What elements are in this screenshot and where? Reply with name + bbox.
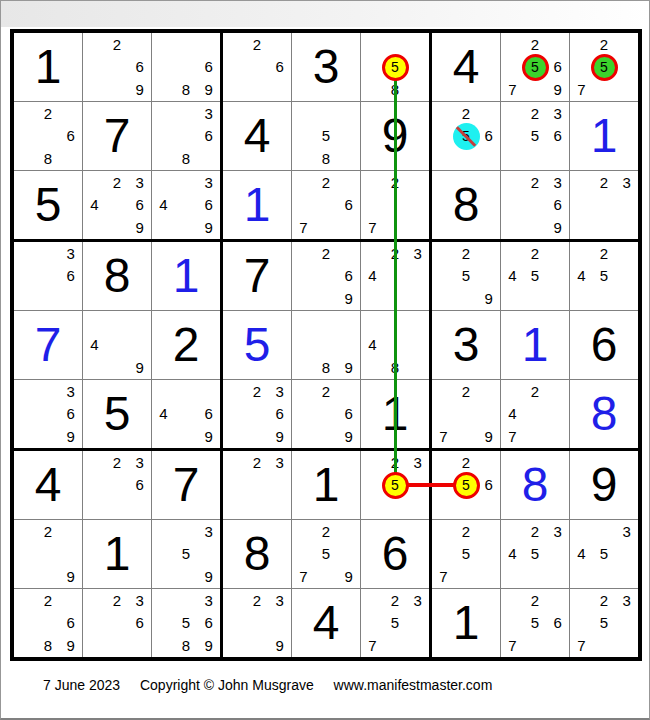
cell-r5c9[interactable]: 6 (570, 311, 638, 379)
candidate-1 (292, 102, 315, 125)
solved-digit: 5 (223, 311, 291, 379)
candidate-2 (175, 102, 198, 125)
cell-r4c3[interactable]: 1 (152, 242, 220, 310)
box-r1c2: 26384589126727 (223, 33, 429, 239)
candidate-7: 7 (292, 216, 315, 239)
given-digit: 8 (223, 520, 291, 588)
candidate-3: 3 (197, 171, 220, 194)
candidate-7: 7 (361, 634, 384, 657)
candidate-3 (337, 242, 360, 265)
candidate-5: 5 (524, 125, 547, 148)
candidate-8 (315, 287, 338, 310)
candidate-3: 3 (615, 589, 638, 612)
candidate-9: 9 (197, 78, 220, 101)
pencil-marks: 49 (83, 311, 151, 379)
pencil-marks: 26 (432, 451, 500, 519)
solved-digit: 1 (501, 311, 569, 379)
candidate-3: 3 (197, 589, 220, 612)
footer-website: www.manifestmaster.com (334, 677, 493, 693)
box-r3c3: 26892572345345125672357 (432, 451, 638, 657)
candidate-2 (593, 520, 616, 543)
footer-copyright: Copyright © John Musgrave (140, 677, 314, 693)
cell-r5c7[interactable]: 3 (432, 311, 500, 379)
candidate-6 (337, 125, 360, 148)
pencil-marks: 2357 (570, 589, 638, 657)
candidate-4 (152, 543, 175, 566)
cell-r1c8[interactable]: 2679 (501, 33, 569, 101)
candidate-7 (223, 634, 246, 657)
candidate-9: 9 (128, 78, 151, 101)
cell-r2c4[interactable]: 4 (223, 102, 291, 170)
cell-r7c8[interactable]: 8 (501, 451, 569, 519)
candidate-8 (106, 356, 129, 379)
candidate-8 (246, 634, 269, 657)
cell-r2c9[interactable]: 1 (570, 102, 638, 170)
candidate-7 (570, 216, 593, 239)
cell-r3c6[interactable]: 27 (361, 171, 429, 239)
candidate-3: 3 (128, 589, 151, 612)
candidate-3 (197, 380, 220, 403)
cell-r2c6[interactable]: 9 (361, 102, 429, 170)
candidate-1 (570, 589, 593, 612)
given-digit: 1 (432, 589, 500, 657)
candidate-4 (361, 612, 384, 635)
candidate-8 (37, 565, 60, 588)
candidate-1 (14, 520, 37, 543)
candidate-6: 6 (337, 265, 360, 288)
candidate-1 (14, 102, 37, 125)
candidate-4 (432, 265, 455, 288)
cell-r9c7[interactable]: 1 (432, 589, 500, 657)
cell-r6c1[interactable]: 369 (14, 380, 82, 448)
candidate-2 (384, 33, 407, 56)
candidate-1 (14, 242, 37, 265)
candidate-7 (14, 634, 37, 657)
pencil-marks: 239 (223, 589, 291, 657)
cell-r5c3[interactable]: 2 (152, 311, 220, 379)
candidate-5 (315, 403, 338, 426)
candidate-2 (175, 171, 198, 194)
cell-r5c6[interactable]: 48 (361, 311, 429, 379)
candidate-1 (292, 380, 315, 403)
candidate-9: 9 (197, 634, 220, 657)
given-digit: 3 (432, 311, 500, 379)
candidate-2: 2 (455, 451, 478, 474)
cell-r3c5[interactable]: 267 (292, 171, 360, 239)
given-digit: 4 (432, 33, 500, 101)
candidate-8 (524, 634, 547, 657)
cell-r6c9[interactable]: 8 (570, 380, 638, 448)
cell-r6c8[interactable]: 247 (501, 380, 569, 448)
cell-r2c2[interactable]: 7 (83, 102, 151, 170)
candidate-5 (246, 474, 269, 497)
page: 1269689268736852346934692638458912672742… (0, 0, 650, 720)
candidate-1 (432, 380, 455, 403)
cell-r1c7[interactable]: 4 (432, 33, 500, 101)
candidate-1 (292, 520, 315, 543)
candidate-3 (337, 171, 360, 194)
cell-r9c1[interactable]: 2689 (14, 589, 82, 657)
candidate-3: 3 (546, 520, 569, 543)
cell-r7c2[interactable]: 236 (83, 451, 151, 519)
cell-r9c9[interactable]: 2357 (570, 589, 638, 657)
candidate-4: 4 (152, 194, 175, 217)
candidate-7 (292, 287, 315, 310)
candidate-9: 9 (337, 425, 360, 448)
candidate-5 (455, 125, 478, 148)
candidate-9 (546, 634, 569, 657)
cell-r8c2[interactable]: 1 (83, 520, 151, 588)
candidate-1 (223, 380, 246, 403)
candidate-5: 5 (315, 125, 338, 148)
cell-r9c8[interactable]: 2567 (501, 589, 569, 657)
candidate-4 (432, 543, 455, 566)
cell-r4c2[interactable]: 8 (83, 242, 151, 310)
pencil-marks: 234 (361, 242, 429, 310)
cell-r1c9[interactable]: 27 (570, 33, 638, 101)
candidate-6 (406, 612, 429, 635)
cell-r4c6[interactable]: 234 (361, 242, 429, 310)
candidate-7 (152, 78, 175, 101)
candidate-8 (106, 496, 129, 519)
candidate-6 (477, 265, 500, 288)
candidate-5 (106, 474, 129, 497)
given-digit: 5 (83, 380, 151, 448)
cell-r2c5[interactable]: 58 (292, 102, 360, 170)
candidate-5 (455, 474, 478, 497)
candidate-9 (615, 565, 638, 588)
candidate-6 (615, 194, 638, 217)
candidate-5 (106, 612, 129, 635)
candidate-1 (501, 242, 524, 265)
candidate-1 (361, 33, 384, 56)
candidate-1 (432, 451, 455, 474)
cell-r6c7[interactable]: 279 (432, 380, 500, 448)
candidate-6 (59, 543, 82, 566)
candidate-4 (83, 612, 106, 635)
candidate-9: 9 (337, 565, 360, 588)
candidate-4 (292, 194, 315, 217)
cell-r8c5[interactable]: 2579 (292, 520, 360, 588)
candidate-6: 6 (268, 403, 291, 426)
candidate-1 (570, 242, 593, 265)
candidate-9: 9 (268, 634, 291, 657)
candidate-9 (477, 147, 500, 170)
cell-r2c7[interactable]: 26 (432, 102, 500, 170)
candidate-5: 5 (315, 543, 338, 566)
candidate-1 (152, 171, 175, 194)
cell-r1c5[interactable]: 3 (292, 33, 360, 101)
given-digit: 4 (223, 102, 291, 170)
candidate-1 (432, 102, 455, 125)
candidate-1 (83, 311, 106, 334)
candidate-8 (524, 287, 547, 310)
candidate-6 (615, 265, 638, 288)
cell-r9c3[interactable]: 35689 (152, 589, 220, 657)
pencil-marks: 2579 (292, 520, 360, 588)
solved-digit: 1 (223, 171, 291, 239)
candidate-2 (315, 102, 338, 125)
pencil-marks: 3469 (152, 171, 220, 239)
cell-r9c5[interactable]: 4 (292, 589, 360, 657)
candidate-3: 3 (268, 380, 291, 403)
candidate-4: 4 (570, 543, 593, 566)
candidate-4 (570, 56, 593, 79)
cell-r3c7[interactable]: 8 (432, 171, 500, 239)
candidate-4 (152, 612, 175, 635)
candidate-1 (292, 242, 315, 265)
cell-r5c1[interactable]: 7 (14, 311, 82, 379)
cell-r4c7[interactable]: 259 (432, 242, 500, 310)
cell-r1c2[interactable]: 269 (83, 33, 151, 101)
candidate-5 (524, 56, 547, 79)
candidate-9: 9 (197, 565, 220, 588)
candidate-6 (197, 543, 220, 566)
cell-r3c9[interactable]: 23 (570, 171, 638, 239)
cell-r4c8[interactable]: 245 (501, 242, 569, 310)
pencil-marks: 26 (432, 102, 500, 170)
pencil-marks: 29 (14, 520, 82, 588)
candidate-3: 3 (406, 589, 429, 612)
candidate-3 (546, 33, 569, 56)
candidate-7: 7 (570, 634, 593, 657)
candidate-3: 3 (406, 451, 429, 474)
given-digit: 2 (152, 311, 220, 379)
candidate-1 (223, 33, 246, 56)
candidate-9: 9 (477, 425, 500, 448)
cell-r5c4[interactable]: 5 (223, 311, 291, 379)
cell-r3c1[interactable]: 5 (14, 171, 82, 239)
candidate-4 (570, 612, 593, 635)
cell-r7c5[interactable]: 1 (292, 451, 360, 519)
candidate-7 (570, 287, 593, 310)
candidate-6 (406, 194, 429, 217)
cell-r1c4[interactable]: 26 (223, 33, 291, 101)
candidate-9 (197, 147, 220, 170)
given-digit: 3 (292, 33, 360, 101)
box-r3c1: 42367291359268923635689 (14, 451, 220, 657)
cell-r4c5[interactable]: 269 (292, 242, 360, 310)
candidate-3 (337, 311, 360, 334)
box-r2c1: 368174923695469 (14, 242, 220, 448)
cell-r8c4[interactable]: 8 (223, 520, 291, 588)
cell-r6c3[interactable]: 469 (152, 380, 220, 448)
cell-r7c9[interactable]: 9 (570, 451, 638, 519)
candidate-8 (524, 425, 547, 448)
candidate-7: 7 (361, 216, 384, 239)
cell-r3c8[interactable]: 2369 (501, 171, 569, 239)
candidate-4 (501, 125, 524, 148)
pencil-marks: 259 (432, 242, 500, 310)
cell-r7c3[interactable]: 7 (152, 451, 220, 519)
candidate-9: 9 (337, 287, 360, 310)
candidate-3 (59, 589, 82, 612)
cell-r2c8[interactable]: 2356 (501, 102, 569, 170)
given-digit: 5 (14, 171, 82, 239)
candidate-6 (615, 56, 638, 79)
pencil-marks: 469 (152, 380, 220, 448)
candidate-4 (14, 125, 37, 148)
candidate-5 (37, 612, 60, 635)
cell-r2c1[interactable]: 268 (14, 102, 82, 170)
cell-r4c9[interactable]: 245 (570, 242, 638, 310)
candidate-1 (152, 520, 175, 543)
cell-r9c2[interactable]: 236 (83, 589, 151, 657)
candidate-4 (152, 125, 175, 148)
cell-r2c3[interactable]: 368 (152, 102, 220, 170)
pencil-marks: 2345 (501, 520, 569, 588)
candidate-2: 2 (37, 520, 60, 543)
given-digit: 7 (223, 242, 291, 310)
candidate-1 (361, 311, 384, 334)
candidate-3 (477, 242, 500, 265)
candidate-7 (223, 78, 246, 101)
candidate-2 (175, 520, 198, 543)
candidate-1 (292, 171, 315, 194)
candidate-8: 8 (175, 634, 198, 657)
candidate-5 (384, 334, 407, 357)
candidate-3 (615, 33, 638, 56)
box-r2c2: 72692345894823692691 (223, 242, 429, 448)
cell-r3c4[interactable]: 1 (223, 171, 291, 239)
cell-r3c3[interactable]: 3469 (152, 171, 220, 239)
candidate-7 (292, 147, 315, 170)
candidate-6 (337, 543, 360, 566)
candidate-9 (546, 425, 569, 448)
cell-r8c8[interactable]: 2345 (501, 520, 569, 588)
candidate-8: 8 (315, 356, 338, 379)
candidate-4: 4 (501, 403, 524, 426)
given-digit: 1 (292, 451, 360, 519)
cell-r6c2[interactable]: 5 (83, 380, 151, 448)
pencil-marks: 23 (570, 171, 638, 239)
cell-r1c3[interactable]: 689 (152, 33, 220, 101)
candidate-2: 2 (37, 102, 60, 125)
pencil-marks: 48 (361, 311, 429, 379)
cell-r8c3[interactable]: 359 (152, 520, 220, 588)
candidate-8 (246, 78, 269, 101)
candidate-5 (37, 265, 60, 288)
box-r1c3: 426792726235618236923 (432, 33, 638, 239)
candidate-6 (546, 265, 569, 288)
pencil-marks: 267 (292, 171, 360, 239)
cell-r8c1[interactable]: 29 (14, 520, 82, 588)
candidate-8 (524, 147, 547, 170)
candidate-4 (83, 56, 106, 79)
candidate-7: 7 (292, 565, 315, 588)
candidate-2: 2 (106, 33, 129, 56)
cell-r5c5[interactable]: 89 (292, 311, 360, 379)
candidate-7 (152, 216, 175, 239)
cell-r7c7[interactable]: 26 (432, 451, 500, 519)
candidate-2: 2 (455, 520, 478, 543)
cell-r1c6[interactable]: 8 (361, 33, 429, 101)
cell-r8c7[interactable]: 257 (432, 520, 500, 588)
candidate-9 (128, 634, 151, 657)
cell-r7c6[interactable]: 23 (361, 451, 429, 519)
candidate-6 (477, 403, 500, 426)
candidate-2: 2 (384, 242, 407, 265)
candidate-9 (268, 496, 291, 519)
given-digit: 9 (570, 451, 638, 519)
cell-r9c6[interactable]: 2357 (361, 589, 429, 657)
cell-r6c4[interactable]: 2369 (223, 380, 291, 448)
candidate-6: 6 (197, 194, 220, 217)
candidate-7 (432, 496, 455, 519)
cell-r5c8[interactable]: 1 (501, 311, 569, 379)
cell-r3c2[interactable]: 23469 (83, 171, 151, 239)
candidate-9 (615, 634, 638, 657)
sudoku-board: 1269689268736852346934692638458912672742… (10, 29, 642, 661)
candidate-7 (292, 356, 315, 379)
cell-r4c1[interactable]: 36 (14, 242, 82, 310)
given-digit: 6 (570, 311, 638, 379)
cell-r4c4[interactable]: 7 (223, 242, 291, 310)
candidate-6 (406, 56, 429, 79)
given-digit: 8 (432, 171, 500, 239)
candidate-9: 9 (477, 287, 500, 310)
candidate-9 (268, 78, 291, 101)
candidate-2: 2 (246, 33, 269, 56)
cell-r1c1[interactable]: 1 (14, 33, 82, 101)
candidate-1 (501, 171, 524, 194)
candidate-7: 7 (501, 78, 524, 101)
candidate-6: 6 (59, 403, 82, 426)
candidate-5 (384, 194, 407, 217)
candidate-7 (152, 634, 175, 657)
candidate-1 (432, 242, 455, 265)
candidate-5: 5 (384, 612, 407, 635)
cell-r8c6[interactable]: 6 (361, 520, 429, 588)
candidate-5 (455, 403, 478, 426)
candidate-7 (152, 425, 175, 448)
candidate-8: 8 (315, 147, 338, 170)
candidate-3 (128, 33, 151, 56)
given-digit: 9 (361, 102, 429, 170)
pencil-marks: 2689 (14, 589, 82, 657)
cell-r6c5[interactable]: 269 (292, 380, 360, 448)
candidate-3: 3 (546, 171, 569, 194)
candidate-7 (83, 634, 106, 657)
candidate-7 (361, 496, 384, 519)
given-digit: 7 (152, 451, 220, 519)
cell-r8c9[interactable]: 345 (570, 520, 638, 588)
cell-r6c6[interactable]: 1 (361, 380, 429, 448)
candidate-9 (406, 356, 429, 379)
candidate-3 (59, 520, 82, 543)
candidate-4: 4 (83, 334, 106, 357)
cell-r9c4[interactable]: 239 (223, 589, 291, 657)
candidate-8 (455, 147, 478, 170)
candidate-4: 4 (501, 265, 524, 288)
candidate-7 (361, 356, 384, 379)
candidate-2: 2 (106, 589, 129, 612)
candidate-8: 8 (37, 147, 60, 170)
candidate-1 (152, 589, 175, 612)
cell-r5c2[interactable]: 49 (83, 311, 151, 379)
candidate-8 (593, 216, 616, 239)
cell-r7c4[interactable]: 23 (223, 451, 291, 519)
candidate-6: 6 (197, 56, 220, 79)
candidate-3: 3 (268, 589, 291, 612)
candidate-8 (384, 287, 407, 310)
cell-r7c1[interactable]: 4 (14, 451, 82, 519)
candidate-1 (361, 451, 384, 474)
candidate-5 (175, 403, 198, 426)
candidate-2: 2 (524, 242, 547, 265)
candidate-9 (406, 634, 429, 657)
candidate-1 (501, 102, 524, 125)
